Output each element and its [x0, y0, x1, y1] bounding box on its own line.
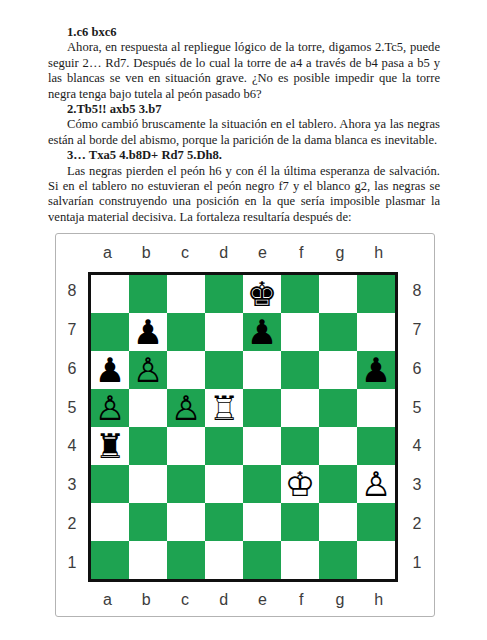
rank-label-2: 2 [56, 505, 88, 544]
black-pawn: ♟ [133, 313, 163, 351]
square-e4 [243, 427, 281, 465]
rank-labels-right: 87654321 [398, 272, 436, 582]
square-d1 [205, 541, 243, 579]
rank-label-4: 4 [56, 427, 88, 466]
square-h7 [357, 313, 395, 351]
move-line-2: 2.Tb5!! axb5 3.b7 [48, 102, 440, 117]
square-a3 [91, 465, 129, 503]
square-d7 [205, 313, 243, 351]
square-b4 [129, 427, 167, 465]
square-f7 [281, 313, 319, 351]
file-label-g: g [321, 591, 360, 609]
file-label-a: a [88, 244, 127, 262]
square-b3 [129, 465, 167, 503]
square-b1 [129, 541, 167, 579]
rank-labels-left: 87654321 [56, 272, 88, 582]
white-pawn: ♙ [133, 351, 163, 389]
move-line-3: 3… Txa5 4.b8D+ Rd7 5.Dh8. [48, 148, 440, 163]
square-h6: ♟ [357, 351, 395, 389]
square-c2 [167, 503, 205, 541]
square-g8 [319, 275, 357, 313]
white-king: ♔ [285, 465, 315, 503]
square-g3 [319, 465, 357, 503]
square-g2 [319, 503, 357, 541]
rank-label-1: 1 [398, 543, 436, 582]
square-c6 [167, 351, 205, 389]
black-pawn: ♟ [361, 351, 391, 389]
white-rook: ♖ [209, 389, 239, 427]
square-c5: ♙ [167, 389, 205, 427]
square-d2 [205, 503, 243, 541]
white-pawn: ♙ [361, 465, 391, 503]
square-f2 [281, 503, 319, 541]
square-a8 [91, 275, 129, 313]
square-g6 [319, 351, 357, 389]
white-pawn: ♙ [171, 389, 201, 427]
square-d5: ♖ [205, 389, 243, 427]
square-f5 [281, 389, 319, 427]
file-label-f: f [282, 591, 321, 609]
square-b7: ♟ [129, 313, 167, 351]
file-label-c: c [166, 591, 205, 609]
black-pawn: ♟ [95, 351, 125, 389]
black-pawn: ♟ [247, 313, 277, 351]
square-f8 [281, 275, 319, 313]
square-h4 [357, 427, 395, 465]
rank-label-6: 6 [398, 350, 436, 389]
rank-label-8: 8 [398, 272, 436, 311]
square-h3: ♙ [357, 465, 395, 503]
white-pawn: ♙ [95, 389, 125, 427]
file-label-d: d [204, 244, 243, 262]
square-h2 [357, 503, 395, 541]
square-g4 [319, 427, 357, 465]
file-label-h: h [359, 591, 398, 609]
rank-label-8: 8 [56, 272, 88, 311]
square-c1 [167, 541, 205, 579]
rank-label-7: 7 [398, 311, 436, 350]
rank-label-2: 2 [398, 505, 436, 544]
square-e2 [243, 503, 281, 541]
square-c8 [167, 275, 205, 313]
black-king: ♚ [247, 275, 277, 313]
rank-label-3: 3 [398, 466, 436, 505]
square-a6: ♟ [91, 351, 129, 389]
square-e8: ♚ [243, 275, 281, 313]
file-label-c: c [166, 244, 205, 262]
square-e7: ♟ [243, 313, 281, 351]
rank-label-5: 5 [56, 388, 88, 427]
file-label-e: e [243, 244, 282, 262]
square-g5 [319, 389, 357, 427]
rank-label-6: 6 [56, 350, 88, 389]
file-label-g: g [321, 244, 360, 262]
square-h8 [357, 275, 395, 313]
square-e1 [243, 541, 281, 579]
square-e3 [243, 465, 281, 503]
file-labels-bottom: abcdefgh [88, 582, 398, 618]
chess-diagram: abcdefgh 87654321 ♚♟♟♟♙♟♙♙♖♜♔♙ 87654321 … [55, 233, 435, 617]
square-b2 [129, 503, 167, 541]
square-e6 [243, 351, 281, 389]
square-e5 [243, 389, 281, 427]
commentary-2: Cómo cambió bruscamente la situación en … [48, 117, 440, 148]
file-label-h: h [359, 244, 398, 262]
file-label-f: f [282, 244, 321, 262]
rank-label-1: 1 [56, 543, 88, 582]
square-c7 [167, 313, 205, 351]
commentary-1: Ahora, en respuesta al repliegue lógico … [48, 40, 440, 102]
rank-label-5: 5 [398, 388, 436, 427]
square-a4: ♜ [91, 427, 129, 465]
square-b8 [129, 275, 167, 313]
analysis-text: 1.c6 bxc6 Ahora, en respuesta al replieg… [48, 25, 440, 225]
square-b6: ♙ [129, 351, 167, 389]
rank-label-4: 4 [398, 427, 436, 466]
file-label-d: d [204, 591, 243, 609]
square-f3: ♔ [281, 465, 319, 503]
square-b5 [129, 389, 167, 427]
square-d6 [205, 351, 243, 389]
square-d8 [205, 275, 243, 313]
square-d3 [205, 465, 243, 503]
square-f4 [281, 427, 319, 465]
file-label-a: a [88, 591, 127, 609]
commentary-3: Las negras pierden el peón h6 y con él l… [48, 164, 440, 226]
rank-label-3: 3 [56, 466, 88, 505]
square-d4 [205, 427, 243, 465]
square-h5 [357, 389, 395, 427]
square-f1 [281, 541, 319, 579]
black-rook: ♜ [95, 427, 125, 465]
square-a1 [91, 541, 129, 579]
file-labels-top: abcdefgh [88, 234, 398, 272]
file-label-e: e [243, 591, 282, 609]
square-f6 [281, 351, 319, 389]
rank-label-7: 7 [56, 311, 88, 350]
square-c4 [167, 427, 205, 465]
move-line-1: 1.c6 bxc6 [48, 25, 440, 40]
file-label-b: b [127, 244, 166, 262]
file-label-b: b [127, 591, 166, 609]
chess-board: ♚♟♟♟♙♟♙♙♖♜♔♙ [88, 272, 398, 582]
square-g1 [319, 541, 357, 579]
square-g7 [319, 313, 357, 351]
square-a2 [91, 503, 129, 541]
square-a7 [91, 313, 129, 351]
square-a5: ♙ [91, 389, 129, 427]
square-c3 [167, 465, 205, 503]
square-h1 [357, 541, 395, 579]
